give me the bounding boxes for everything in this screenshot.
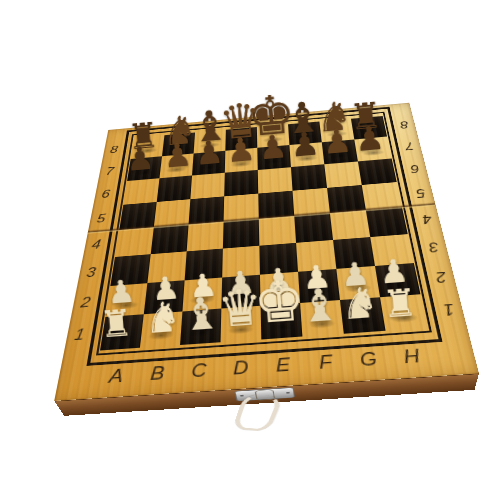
- rank-label-4-left: 4: [84, 231, 107, 259]
- rank-label-2-left: 2: [73, 287, 99, 320]
- piece-black-pawn[interactable]: ♟: [194, 137, 225, 170]
- square-h1[interactable]: ♜: [380, 294, 428, 331]
- file-label-h: H: [388, 341, 437, 373]
- piece-black-pawn[interactable]: ♟: [226, 134, 257, 167]
- rank-label-7-left: 7: [99, 160, 120, 184]
- square-e6[interactable]: [258, 167, 293, 193]
- square-a4[interactable]: [115, 227, 154, 257]
- rank-label-1-left: 1: [66, 318, 93, 353]
- rank-label-8-right: 8: [393, 113, 415, 135]
- rank-label-1-right: 1: [434, 292, 464, 327]
- rank-label-8-left: 8: [104, 139, 124, 161]
- board-tilt-wrapper: ♜♞♝♛♚♝♞♜♟♟♟♟♟♟♟♟♟♟♟♟♟♟♟♟♜♞♝♛♚♝♞♜ 8765432…: [78, 48, 439, 409]
- square-h4[interactable]: [366, 207, 408, 237]
- piece-white-king[interactable]: ♚: [252, 274, 307, 331]
- piece-black-pawn[interactable]: ♟: [289, 128, 320, 161]
- file-label-e: E: [262, 349, 306, 381]
- square-c4[interactable]: [187, 222, 224, 252]
- piece-white-rook[interactable]: ♜: [382, 284, 419, 322]
- piece-black-pawn[interactable]: ♟: [162, 140, 193, 173]
- rank-label-3-left: 3: [79, 258, 103, 288]
- square-h7[interactable]: ♟: [354, 137, 391, 162]
- square-g7[interactable]: ♟: [322, 139, 358, 164]
- square-c5[interactable]: [189, 196, 225, 224]
- square-f5[interactable]: [293, 188, 330, 216]
- rank-label-6-right: 6: [403, 156, 427, 181]
- file-label-a: A: [93, 361, 138, 393]
- square-h6[interactable]: [358, 159, 397, 185]
- file-label-b: B: [135, 358, 179, 390]
- square-a1[interactable]: ♜: [100, 314, 144, 350]
- file-label-d: D: [219, 352, 262, 384]
- piece-black-pawn[interactable]: ♟: [322, 126, 353, 159]
- square-d6[interactable]: [224, 170, 258, 196]
- square-b5[interactable]: [154, 199, 191, 227]
- file-label-c: C: [177, 355, 220, 387]
- board-top-surface: ♜♞♝♛♚♝♞♜♟♟♟♟♟♟♟♟♟♟♟♟♟♟♟♟♜♞♝♛♚♝♞♜ 8765432…: [54, 103, 479, 401]
- square-g5[interactable]: [327, 185, 366, 213]
- square-e7[interactable]: ♟: [257, 145, 291, 170]
- rank-label-6-left: 6: [95, 182, 117, 207]
- square-g4[interactable]: [330, 210, 370, 240]
- square-g1[interactable]: ♞: [340, 297, 386, 334]
- square-a7[interactable]: ♟: [127, 156, 162, 181]
- square-a6[interactable]: [123, 178, 159, 204]
- square-e1[interactable]: ♚: [261, 303, 303, 339]
- square-c7[interactable]: ♟: [192, 151, 225, 176]
- file-label-g: G: [345, 344, 392, 376]
- square-f6[interactable]: [291, 164, 327, 190]
- square-b7[interactable]: ♟: [159, 153, 193, 178]
- square-f4[interactable]: [294, 213, 333, 243]
- piece-black-pawn[interactable]: ♟: [354, 123, 386, 156]
- piece-white-knight[interactable]: ♞: [143, 297, 183, 339]
- square-b6[interactable]: [157, 176, 192, 202]
- square-f1[interactable]: ♝: [300, 300, 344, 337]
- square-d7[interactable]: ♟: [225, 148, 258, 173]
- piece-black-pawn[interactable]: ♟: [125, 143, 155, 175]
- piece-white-bishop[interactable]: ♝: [180, 292, 222, 336]
- chess-grid: ♜♞♝♛♚♝♞♜♟♟♟♟♟♟♟♟♟♟♟♟♟♟♟♟♜♞♝♛♚♝♞♜: [100, 116, 428, 351]
- piece-black-pawn[interactable]: ♟: [257, 131, 288, 164]
- square-c1[interactable]: ♝: [180, 309, 221, 345]
- square-d4[interactable]: [223, 219, 259, 249]
- file-label-f: F: [303, 346, 348, 378]
- square-e4[interactable]: [259, 216, 296, 246]
- rank-label-3-right: 3: [420, 232, 447, 262]
- piece-white-rook[interactable]: ♜: [99, 305, 134, 342]
- piece-white-knight[interactable]: ♞: [339, 282, 380, 325]
- square-b1[interactable]: ♞: [140, 311, 183, 347]
- rank-label-4-right: 4: [414, 205, 440, 233]
- square-f7[interactable]: ♟: [289, 142, 324, 167]
- square-b4[interactable]: [151, 224, 189, 254]
- folding-chess-box: ♜♞♝♛♚♝♞♜♟♟♟♟♟♟♟♟♟♟♟♟♟♟♟♟♜♞♝♛♚♝♞♜ 8765432…: [54, 103, 479, 401]
- square-c6[interactable]: [190, 173, 224, 199]
- photo-background: ♜♞♝♛♚♝♞♜♟♟♟♟♟♟♟♟♟♟♟♟♟♟♟♟♜♞♝♛♚♝♞♜ 8765432…: [0, 0, 500, 500]
- square-g6[interactable]: [324, 161, 361, 187]
- rank-label-7-right: 7: [398, 134, 421, 158]
